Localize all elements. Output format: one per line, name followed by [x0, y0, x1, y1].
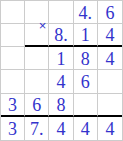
cell-r3c5: 4	[98, 47, 122, 70]
cell-r4c1	[1, 70, 25, 93]
cell-r1c5: 6	[98, 1, 122, 24]
cell-r6c5: 4	[98, 117, 122, 140]
cell-r5c2: 6	[25, 94, 49, 117]
cell-r5c4	[74, 94, 98, 117]
cell-r2c2: ×	[25, 24, 49, 47]
cell-r4c4: 6	[74, 70, 98, 93]
cell-r3c3: 1	[49, 47, 73, 70]
cell-r2c1	[1, 24, 25, 47]
cell-r5c3: 8	[49, 94, 73, 117]
cell-r6c3: 4	[49, 117, 73, 140]
cell-r3c2	[25, 47, 49, 70]
cell-r6c4: 4	[74, 117, 98, 140]
cell-r2c4: 1	[74, 24, 98, 47]
cell-r2c5: 4	[98, 24, 122, 47]
cell-r3c1	[1, 47, 25, 70]
cell-r1c1	[1, 1, 25, 24]
cell-r4c5	[98, 70, 122, 93]
cell-r1c3	[49, 1, 73, 24]
cell-r5c1: 3	[1, 94, 25, 117]
cell-r5c5	[98, 94, 122, 117]
cell-r2c3: 8.	[49, 24, 73, 47]
cell-r4c2	[25, 70, 49, 93]
cell-r1c4: 4.	[74, 1, 98, 24]
cell-r4c3: 4	[49, 70, 73, 93]
cell-r6c2: 7.	[25, 117, 49, 140]
long-multiplication-grid: 4. 6 × 8. 1 4 1 8 4 4 6 3 6 8 3 7. 4 4 4	[0, 0, 123, 141]
cell-r6c1: 3	[1, 117, 25, 140]
cell-r3c4: 8	[74, 47, 98, 70]
multiply-icon: ×	[39, 19, 47, 32]
